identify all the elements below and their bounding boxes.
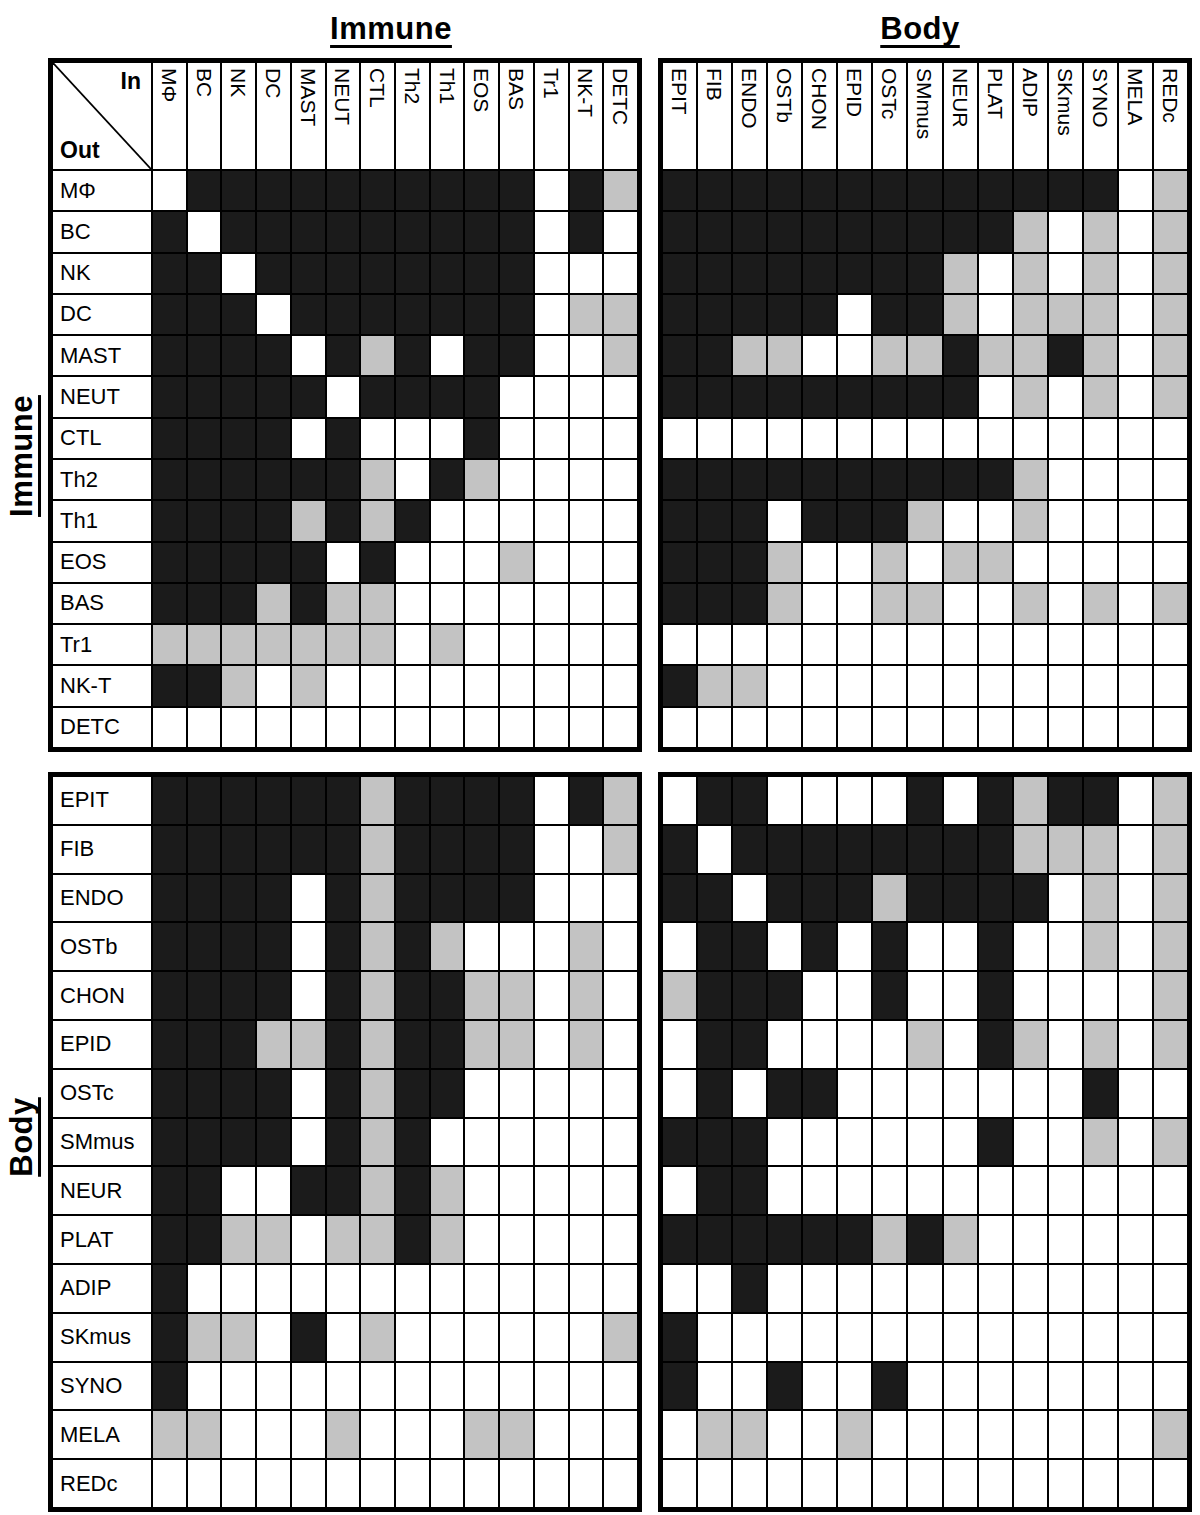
matrix-cell: [979, 972, 1012, 1019]
matrix-cell: [698, 875, 731, 922]
row-label: NK-T: [53, 666, 151, 705]
matrix-cell: [979, 1119, 1012, 1166]
matrix-cell: [1154, 295, 1187, 334]
matrix-cell: [733, 212, 766, 251]
matrix-cell: [1084, 708, 1117, 747]
col-label: SKmus: [1049, 63, 1082, 169]
matrix-cell: [803, 295, 836, 334]
matrix-cell: [803, 212, 836, 251]
matrix-cell: [431, 171, 464, 210]
matrix-cell: [1014, 419, 1047, 458]
matrix-cell: [1014, 1070, 1047, 1117]
matrix-cell: [327, 972, 360, 1019]
matrix-cell: [1154, 1265, 1187, 1312]
matrix-cell: [153, 1411, 186, 1458]
matrix-cell: [535, 171, 568, 210]
matrix-cell: [1154, 666, 1187, 705]
matrix-cell: [465, 501, 498, 540]
matrix-cell: [604, 666, 637, 705]
matrix-cell: [908, 826, 941, 873]
matrix-cell: [1049, 1070, 1082, 1117]
matrix-cell: [570, 972, 603, 1019]
matrix-cell: [838, 923, 871, 970]
matrix-cell: [698, 295, 731, 334]
matrix-cell: [361, 336, 394, 375]
col-label: NEUT: [327, 63, 360, 169]
col-label: EPIT: [663, 63, 696, 169]
matrix-cell: [944, 212, 977, 251]
row-label: NEUR: [53, 1167, 151, 1214]
matrix-cell: [500, 1070, 533, 1117]
matrix-cell: [327, 1021, 360, 1068]
matrix-cell: [1049, 295, 1082, 334]
matrix-cell: [222, 377, 255, 416]
matrix-cell: [292, 1314, 325, 1361]
matrix-cell: [768, 1119, 801, 1166]
matrix-cell: [979, 875, 1012, 922]
matrix-cell: [396, 875, 429, 922]
matrix-cell: [188, 419, 221, 458]
matrix-cell: [1049, 777, 1082, 824]
matrix-cell: [1049, 460, 1082, 499]
matrix-cell: [803, 1216, 836, 1263]
matrix-cell: [222, 625, 255, 664]
matrix-cell: [188, 295, 221, 334]
matrix-cell: [1084, 777, 1117, 824]
matrix-cell: [803, 1119, 836, 1166]
matrix-cell: [327, 1216, 360, 1263]
matrix-cell: [257, 1167, 290, 1214]
matrix-cell: [1154, 1460, 1187, 1507]
matrix-cell: [153, 826, 186, 873]
matrix-cell: [838, 336, 871, 375]
matrix-cell: [257, 826, 290, 873]
matrix-cell: [327, 1119, 360, 1166]
matrix-cell: [908, 708, 941, 747]
matrix-cell: [698, 584, 731, 623]
matrix-cell: [768, 1021, 801, 1068]
matrix-cell: [257, 460, 290, 499]
matrix-cell: [979, 501, 1012, 540]
matrix-cell: [698, 377, 731, 416]
matrix-cell: [663, 501, 696, 540]
matrix-cell: [500, 1314, 533, 1361]
matrix-cell: [944, 377, 977, 416]
matrix-cell: [768, 254, 801, 293]
matrix-cell: [396, 826, 429, 873]
matrix-cell: [838, 625, 871, 664]
matrix-cell: [1084, 212, 1117, 251]
matrix-cell: [500, 1119, 533, 1166]
matrix-cell: [222, 1216, 255, 1263]
matrix-cell: [257, 1265, 290, 1312]
matrix-cell: [465, 923, 498, 970]
matrix-cell: [257, 212, 290, 251]
matrix-cell: [838, 972, 871, 1019]
matrix-cell: [327, 1314, 360, 1361]
matrix-cell: [1014, 1265, 1047, 1312]
matrix-cell: [431, 826, 464, 873]
matrix-cell: [1049, 543, 1082, 582]
matrix-cell: [979, 708, 1012, 747]
matrix-cell: [733, 254, 766, 293]
matrix-cell: [944, 1070, 977, 1117]
matrix-cell: [188, 1460, 221, 1507]
matrix-cell: [535, 972, 568, 1019]
matrix-cell: [431, 1411, 464, 1458]
matrix-cell: [768, 295, 801, 334]
matrix-cell: [361, 1314, 394, 1361]
matrix-cell: [1014, 1216, 1047, 1263]
matrix-cell: [153, 1167, 186, 1214]
matrix-cell: [1014, 295, 1047, 334]
matrix-cell: [361, 666, 394, 705]
matrix-cell: [944, 923, 977, 970]
matrix-cell: [604, 923, 637, 970]
matrix-cell: [465, 1021, 498, 1068]
matrix-cell: [292, 584, 325, 623]
matrix-cell: [1154, 923, 1187, 970]
matrix-cell: [1014, 1314, 1047, 1361]
matrix-cell: [1119, 972, 1152, 1019]
matrix-cell: [803, 419, 836, 458]
matrix-cell: [188, 1070, 221, 1117]
row-label: ENDO: [53, 875, 151, 922]
matrix-cell: [292, 972, 325, 1019]
matrix-cell: [257, 1411, 290, 1458]
matrix-cell: [153, 1216, 186, 1263]
matrix-cell: [873, 625, 906, 664]
matrix-cell: [396, 1021, 429, 1068]
matrix-cell: [1119, 419, 1152, 458]
matrix-cell: [908, 501, 941, 540]
matrix-cell: [500, 625, 533, 664]
matrix-cell: [979, 1460, 1012, 1507]
matrix-cell: [327, 501, 360, 540]
matrix-cell: [361, 1021, 394, 1068]
matrix-cell: [222, 1363, 255, 1410]
matrix-cell: [733, 923, 766, 970]
row-label: CHON: [53, 972, 151, 1019]
matrix-cell: [396, 212, 429, 251]
matrix-cell: [908, 777, 941, 824]
matrix-cell: [1049, 1216, 1082, 1263]
matrix-cell: [838, 1314, 871, 1361]
matrix-cell: [1014, 171, 1047, 210]
matrix-cell: [1084, 972, 1117, 1019]
matrix-cell: [604, 1216, 637, 1263]
matrix-cell: [153, 1265, 186, 1312]
matrix-cell: [944, 171, 977, 210]
matrix-cell: [979, 777, 1012, 824]
matrix-cell: [257, 584, 290, 623]
matrix-cell: [663, 708, 696, 747]
matrix-cell: [431, 923, 464, 970]
matrix-cell: [535, 1314, 568, 1361]
matrix-cell: [500, 1460, 533, 1507]
matrix-cell: [944, 625, 977, 664]
matrix-cell: [361, 460, 394, 499]
matrix-cell: [500, 171, 533, 210]
matrix-cell: [465, 1314, 498, 1361]
matrix-cell: [838, 543, 871, 582]
matrix-cell: [768, 875, 801, 922]
matrix-cell: [292, 501, 325, 540]
matrix-cell: [1084, 1021, 1117, 1068]
matrix-cell: [431, 1021, 464, 1068]
col-label: ENDO: [733, 63, 766, 169]
matrix-cell: [570, 460, 603, 499]
matrix-cell: [361, 972, 394, 1019]
matrix-cell: [431, 1363, 464, 1410]
matrix-cell: [1154, 972, 1187, 1019]
matrix-cell: [604, 972, 637, 1019]
matrix-cell: [1119, 1363, 1152, 1410]
matrix-cell: [153, 377, 186, 416]
matrix-cell: [803, 666, 836, 705]
matrix-cell: [979, 1216, 1012, 1263]
row-label: MAST: [53, 336, 151, 375]
matrix-cell: [465, 1411, 498, 1458]
matrix-cell: [803, 1070, 836, 1117]
matrix-cell: [663, 1021, 696, 1068]
matrix-cell: [1119, 1460, 1152, 1507]
matrix-cell: [396, 295, 429, 334]
matrix-cell: [361, 1411, 394, 1458]
matrix-cell: [153, 501, 186, 540]
matrix-cell: [570, 295, 603, 334]
matrix-cell: [733, 826, 766, 873]
matrix-cell: [1084, 1216, 1117, 1263]
body-out-immune-in-matrix: EPITFIBENDOOSTbCHONEPIDOSTcSMmusNEURPLAT…: [48, 772, 642, 1512]
matrix-cell: [431, 1460, 464, 1507]
matrix-cell: [803, 543, 836, 582]
matrix-cell: [396, 419, 429, 458]
col-label: REDc: [1154, 63, 1187, 169]
matrix-cell: [873, 212, 906, 251]
matrix-cell: [908, 295, 941, 334]
matrix-cell: [327, 923, 360, 970]
matrix-cell: [500, 1167, 533, 1214]
matrix-cell: [1119, 501, 1152, 540]
matrix-cell: [1154, 212, 1187, 251]
matrix-cell: [873, 295, 906, 334]
matrix-cell: [257, 923, 290, 970]
matrix-cell: [1154, 1314, 1187, 1361]
row-label: EPID: [53, 1021, 151, 1068]
row-label: DETC: [53, 708, 151, 747]
matrix-cell: [188, 460, 221, 499]
matrix-cell: [838, 212, 871, 251]
matrix-cell: [1154, 826, 1187, 873]
matrix-cell: [292, 875, 325, 922]
matrix-cell: [570, 419, 603, 458]
matrix-cell: [570, 212, 603, 251]
matrix-cell: [663, 1070, 696, 1117]
matrix-cell: [327, 1167, 360, 1214]
matrix-cell: [1049, 336, 1082, 375]
matrix-cell: [944, 543, 977, 582]
matrix-cell: [570, 1119, 603, 1166]
matrix-cell: [431, 625, 464, 664]
matrix-cell: [222, 1021, 255, 1068]
matrix-cell: [733, 625, 766, 664]
col-label: BC: [188, 63, 221, 169]
matrix-cell: [396, 666, 429, 705]
matrix-cell: [1049, 1411, 1082, 1458]
matrix-cell: [431, 212, 464, 251]
matrix-cell: [838, 708, 871, 747]
matrix-cell: [396, 1363, 429, 1410]
col-label: MELA: [1119, 63, 1152, 169]
matrix-cell: [431, 1119, 464, 1166]
matrix-cell: [292, 1411, 325, 1458]
matrix-cell: [1154, 708, 1187, 747]
matrix-cell: [188, 708, 221, 747]
matrix-cell: [188, 972, 221, 1019]
matrix-cell: [1084, 419, 1117, 458]
matrix-cell: [803, 1314, 836, 1361]
matrix-cell: [768, 171, 801, 210]
matrix-cell: [257, 543, 290, 582]
body-out-body-in-matrix: [658, 772, 1192, 1512]
matrix-cell: [663, 1265, 696, 1312]
immune-out-body-in-matrix: EPITFIBENDOOSTbCHONEPIDOSTcSMmusNEURPLAT…: [658, 58, 1192, 752]
matrix-cell: [396, 972, 429, 1019]
matrix-cell: [535, 419, 568, 458]
matrix-cell: [465, 171, 498, 210]
matrix-cell: [873, 1070, 906, 1117]
matrix-cell: [1084, 377, 1117, 416]
matrix-cell: [698, 1363, 731, 1410]
matrix-cell: [838, 875, 871, 922]
matrix-cell: [698, 1460, 731, 1507]
matrix-cell: [570, 875, 603, 922]
matrix-cell: [1084, 543, 1117, 582]
matrix-cell: [153, 584, 186, 623]
row-label: MELA: [53, 1411, 151, 1458]
col-label: SMmus: [908, 63, 941, 169]
matrix-cell: [570, 377, 603, 416]
matrix-cell: [733, 460, 766, 499]
col-label: FIB: [698, 63, 731, 169]
matrix-cell: [153, 1314, 186, 1361]
matrix-cell: [188, 1411, 221, 1458]
matrix-cell: [292, 1167, 325, 1214]
row-label: EPIT: [53, 777, 151, 824]
row-label: PLAT: [53, 1216, 151, 1263]
matrix-cell: [1049, 1460, 1082, 1507]
matrix-cell: [908, 1021, 941, 1068]
matrix-cell: [188, 377, 221, 416]
matrix-cell: [733, 543, 766, 582]
matrix-cell: [698, 625, 731, 664]
matrix-cell: [153, 666, 186, 705]
matrix-cell: [908, 1216, 941, 1263]
matrix-cell: [292, 1460, 325, 1507]
matrix-cell: [361, 1460, 394, 1507]
matrix-cell: [733, 1411, 766, 1458]
matrix-cell: [500, 1411, 533, 1458]
matrix-cell: [535, 1119, 568, 1166]
matrix-cell: [838, 826, 871, 873]
matrix-cell: [733, 708, 766, 747]
matrix-cell: [1119, 1411, 1152, 1458]
matrix-cell: [768, 501, 801, 540]
matrix-cell: [663, 923, 696, 970]
matrix-cell: [153, 875, 186, 922]
matrix-cell: [979, 171, 1012, 210]
matrix-cell: [1014, 875, 1047, 922]
matrix-cell: [944, 295, 977, 334]
matrix-cell: [803, 460, 836, 499]
matrix-cell: [663, 1411, 696, 1458]
matrix-cell: [1014, 1411, 1047, 1458]
matrix-cell: [1049, 1021, 1082, 1068]
matrix-cell: [431, 708, 464, 747]
matrix-cell: [465, 377, 498, 416]
matrix-cell: [698, 1411, 731, 1458]
matrix-cell: [908, 1265, 941, 1312]
matrix-cell: [292, 254, 325, 293]
matrix-cell: [570, 1216, 603, 1263]
matrix-cell: [908, 171, 941, 210]
matrix-cell: [698, 1070, 731, 1117]
matrix-cell: [361, 1167, 394, 1214]
matrix-cell: [768, 972, 801, 1019]
matrix-cell: [188, 171, 221, 210]
out-axis-label: Out: [60, 137, 100, 164]
matrix-cell: [361, 777, 394, 824]
row-label: REDc: [53, 1460, 151, 1507]
matrix-cell: [1014, 1460, 1047, 1507]
matrix-cell: [873, 972, 906, 1019]
matrix-cell: [908, 972, 941, 1019]
matrix-cell: [908, 336, 941, 375]
matrix-cell: [908, 1460, 941, 1507]
matrix-cell: [979, 625, 1012, 664]
matrix-cell: [663, 1167, 696, 1214]
matrix-cell: [873, 501, 906, 540]
matrix-cell: [873, 254, 906, 293]
matrix-cell: [222, 972, 255, 1019]
matrix-cell: [1084, 1363, 1117, 1410]
matrix-cell: [838, 460, 871, 499]
matrix-cell: [188, 1265, 221, 1312]
matrix-cell: [768, 1411, 801, 1458]
matrix-cell: [979, 1265, 1012, 1312]
matrix-cell: [838, 1119, 871, 1166]
matrix-cell: [431, 1216, 464, 1263]
matrix-cell: [908, 584, 941, 623]
matrix-cell: [396, 460, 429, 499]
matrix-cell: [500, 419, 533, 458]
matrix-cell: [188, 625, 221, 664]
matrix-cell: [1049, 584, 1082, 623]
matrix-cell: [838, 666, 871, 705]
matrix-cell: [153, 708, 186, 747]
matrix-cell: [465, 777, 498, 824]
matrix-cell: [153, 543, 186, 582]
matrix-cell: [535, 1460, 568, 1507]
matrix-cell: [535, 1167, 568, 1214]
matrix-cell: [535, 1070, 568, 1117]
matrix-cell: [500, 543, 533, 582]
matrix-cell: [1049, 1167, 1082, 1214]
matrix-cell: [465, 1265, 498, 1312]
matrix-cell: [500, 875, 533, 922]
col-label: Th2: [396, 63, 429, 169]
